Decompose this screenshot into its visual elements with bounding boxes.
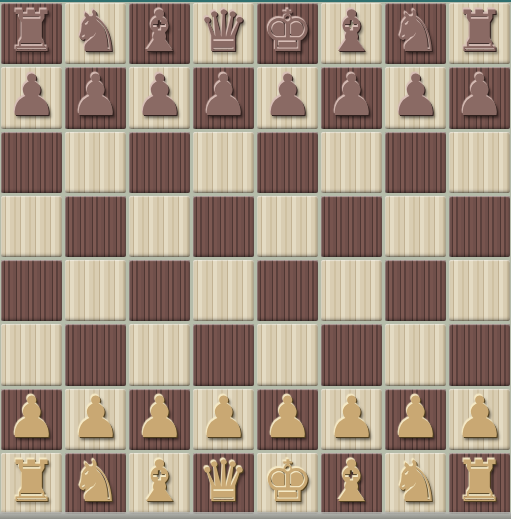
square-a3[interactable] <box>1 324 62 385</box>
white-queen-piece[interactable]: ♛ <box>198 453 249 510</box>
square-a8[interactable]: ♜ <box>1 3 62 64</box>
white-pawn-piece[interactable]: ♟ <box>390 389 441 446</box>
square-h4[interactable] <box>449 260 510 321</box>
white-rook-piece[interactable]: ♜ <box>6 453 57 510</box>
square-f2[interactable]: ♟ <box>321 389 382 450</box>
square-e5[interactable] <box>257 196 318 257</box>
square-e3[interactable] <box>257 324 318 385</box>
square-c4[interactable] <box>129 260 190 321</box>
square-d7[interactable]: ♟ <box>193 67 254 128</box>
square-c6[interactable] <box>129 132 190 193</box>
square-b5[interactable] <box>65 196 126 257</box>
square-h6[interactable] <box>449 132 510 193</box>
white-pawn-piece[interactable]: ♟ <box>326 389 377 446</box>
square-f3[interactable] <box>321 324 382 385</box>
black-pawn-piece[interactable]: ♟ <box>454 67 505 124</box>
square-c7[interactable]: ♟ <box>129 67 190 128</box>
square-g7[interactable]: ♟ <box>385 67 446 128</box>
square-g3[interactable] <box>385 324 446 385</box>
square-g4[interactable] <box>385 260 446 321</box>
black-pawn-piece[interactable]: ♟ <box>326 67 377 124</box>
black-pawn-piece[interactable]: ♟ <box>70 67 121 124</box>
square-d3[interactable] <box>193 324 254 385</box>
black-rook-piece[interactable]: ♜ <box>6 3 57 60</box>
black-knight-piece[interactable]: ♞ <box>390 3 441 60</box>
square-a4[interactable] <box>1 260 62 321</box>
square-h5[interactable] <box>449 196 510 257</box>
white-pawn-piece[interactable]: ♟ <box>262 389 313 446</box>
square-b7[interactable]: ♟ <box>65 67 126 128</box>
white-bishop-piece[interactable]: ♝ <box>326 453 377 510</box>
square-d2[interactable]: ♟ <box>193 389 254 450</box>
black-pawn-piece[interactable]: ♟ <box>390 67 441 124</box>
square-f4[interactable] <box>321 260 382 321</box>
black-pawn-piece[interactable]: ♟ <box>6 67 57 124</box>
white-pawn-piece[interactable]: ♟ <box>70 389 121 446</box>
square-b8[interactable]: ♞ <box>65 3 126 64</box>
square-e6[interactable] <box>257 132 318 193</box>
square-h3[interactable] <box>449 324 510 385</box>
square-b2[interactable]: ♟ <box>65 389 126 450</box>
square-h8[interactable]: ♜ <box>449 3 510 64</box>
black-pawn-piece[interactable]: ♟ <box>198 67 249 124</box>
black-bishop-piece[interactable]: ♝ <box>134 3 185 60</box>
square-h2[interactable]: ♟ <box>449 389 510 450</box>
square-h7[interactable]: ♟ <box>449 67 510 128</box>
white-bishop-piece[interactable]: ♝ <box>134 453 185 510</box>
square-g2[interactable]: ♟ <box>385 389 446 450</box>
chess-board: ♜♞♝♛♚♝♞♜♟♟♟♟♟♟♟♟♟♟♟♟♟♟♟♟♜♞♝♛♚♝♞♜ <box>0 0 511 519</box>
black-queen-piece[interactable]: ♛ <box>198 3 249 60</box>
white-pawn-piece[interactable]: ♟ <box>198 389 249 446</box>
black-pawn-piece[interactable]: ♟ <box>262 67 313 124</box>
square-f7[interactable]: ♟ <box>321 67 382 128</box>
square-b1[interactable]: ♞ <box>65 453 126 514</box>
square-e4[interactable] <box>257 260 318 321</box>
white-king-piece[interactable]: ♚ <box>262 453 313 510</box>
white-pawn-piece[interactable]: ♟ <box>454 389 505 446</box>
black-knight-piece[interactable]: ♞ <box>70 3 121 60</box>
square-c5[interactable] <box>129 196 190 257</box>
black-pawn-piece[interactable]: ♟ <box>134 67 185 124</box>
square-d5[interactable] <box>193 196 254 257</box>
black-king-piece[interactable]: ♚ <box>262 3 313 60</box>
square-d4[interactable] <box>193 260 254 321</box>
square-d1[interactable]: ♛ <box>193 453 254 514</box>
square-d6[interactable] <box>193 132 254 193</box>
square-g1[interactable]: ♞ <box>385 453 446 514</box>
white-rook-piece[interactable]: ♜ <box>454 453 505 510</box>
square-a5[interactable] <box>1 196 62 257</box>
black-bishop-piece[interactable]: ♝ <box>326 3 377 60</box>
square-c8[interactable]: ♝ <box>129 3 190 64</box>
square-e8[interactable]: ♚ <box>257 3 318 64</box>
white-knight-piece[interactable]: ♞ <box>390 453 441 510</box>
square-e2[interactable]: ♟ <box>257 389 318 450</box>
square-b6[interactable] <box>65 132 126 193</box>
square-g5[interactable] <box>385 196 446 257</box>
square-h1[interactable]: ♜ <box>449 453 510 514</box>
chess-app-window: ♜♞♝♛♚♝♞♜♟♟♟♟♟♟♟♟♟♟♟♟♟♟♟♟♜♞♝♛♚♝♞♜ <box>0 0 511 519</box>
white-pawn-piece[interactable]: ♟ <box>6 389 57 446</box>
white-knight-piece[interactable]: ♞ <box>70 453 121 510</box>
square-c3[interactable] <box>129 324 190 385</box>
square-f1[interactable]: ♝ <box>321 453 382 514</box>
square-g6[interactable] <box>385 132 446 193</box>
white-pawn-piece[interactable]: ♟ <box>134 389 185 446</box>
square-b3[interactable] <box>65 324 126 385</box>
square-d8[interactable]: ♛ <box>193 3 254 64</box>
black-rook-piece[interactable]: ♜ <box>454 3 505 60</box>
square-c1[interactable]: ♝ <box>129 453 190 514</box>
square-c2[interactable]: ♟ <box>129 389 190 450</box>
square-a6[interactable] <box>1 132 62 193</box>
square-b4[interactable] <box>65 260 126 321</box>
square-a7[interactable]: ♟ <box>1 67 62 128</box>
square-g8[interactable]: ♞ <box>385 3 446 64</box>
square-f8[interactable]: ♝ <box>321 3 382 64</box>
square-e1[interactable]: ♚ <box>257 453 318 514</box>
square-f5[interactable] <box>321 196 382 257</box>
square-a2[interactable]: ♟ <box>1 389 62 450</box>
square-a1[interactable]: ♜ <box>1 453 62 514</box>
square-f6[interactable] <box>321 132 382 193</box>
square-e7[interactable]: ♟ <box>257 67 318 128</box>
